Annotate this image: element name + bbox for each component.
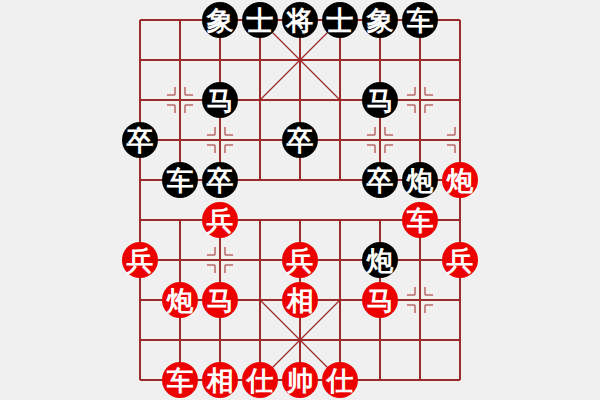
- piece-black-horse[interactable]: 马: [362, 82, 398, 118]
- xiangqi-app: 象士将士象车马马卒卒车卒卒炮炮炮兵车兵兵兵炮马相马车相仕帅仕: [0, 0, 600, 400]
- piece-red-soldier[interactable]: 兵: [202, 202, 238, 238]
- piece-black-soldier[interactable]: 卒: [282, 122, 318, 158]
- xiangqi-board: 象士将士象车马马卒卒车卒卒炮炮炮兵车兵兵兵炮马相马车相仕帅仕: [120, 0, 480, 400]
- piece-black-soldier[interactable]: 卒: [362, 162, 398, 198]
- piece-black-elephant[interactable]: 象: [362, 2, 398, 38]
- piece-black-soldier[interactable]: 卒: [202, 162, 238, 198]
- piece-red-advisor[interactable]: 仕: [322, 362, 358, 398]
- piece-red-elephant[interactable]: 相: [202, 362, 238, 398]
- piece-red-cannon[interactable]: 炮: [442, 162, 478, 198]
- piece-red-soldier[interactable]: 兵: [442, 242, 478, 278]
- piece-black-cannon[interactable]: 炮: [362, 242, 398, 278]
- piece-black-cannon[interactable]: 炮: [402, 162, 438, 198]
- piece-red-chariot[interactable]: 车: [402, 202, 438, 238]
- piece-red-cannon[interactable]: 炮: [162, 282, 198, 318]
- piece-red-soldier[interactable]: 兵: [122, 242, 158, 278]
- piece-red-elephant[interactable]: 相: [282, 282, 318, 318]
- piece-black-elephant[interactable]: 象: [202, 2, 238, 38]
- piece-black-horse[interactable]: 马: [202, 82, 238, 118]
- piece-black-advisor[interactable]: 士: [322, 2, 358, 38]
- piece-red-horse[interactable]: 马: [202, 282, 238, 318]
- piece-red-chariot[interactable]: 车: [162, 362, 198, 398]
- piece-black-chariot[interactable]: 车: [162, 162, 198, 198]
- piece-black-chariot[interactable]: 车: [402, 2, 438, 38]
- piece-red-horse[interactable]: 马: [362, 282, 398, 318]
- piece-black-advisor[interactable]: 士: [242, 2, 278, 38]
- piece-black-general[interactable]: 将: [282, 2, 318, 38]
- piece-red-soldier[interactable]: 兵: [282, 242, 318, 278]
- piece-black-soldier[interactable]: 卒: [122, 122, 158, 158]
- piece-red-advisor[interactable]: 仕: [242, 362, 278, 398]
- piece-red-general[interactable]: 帅: [282, 362, 318, 398]
